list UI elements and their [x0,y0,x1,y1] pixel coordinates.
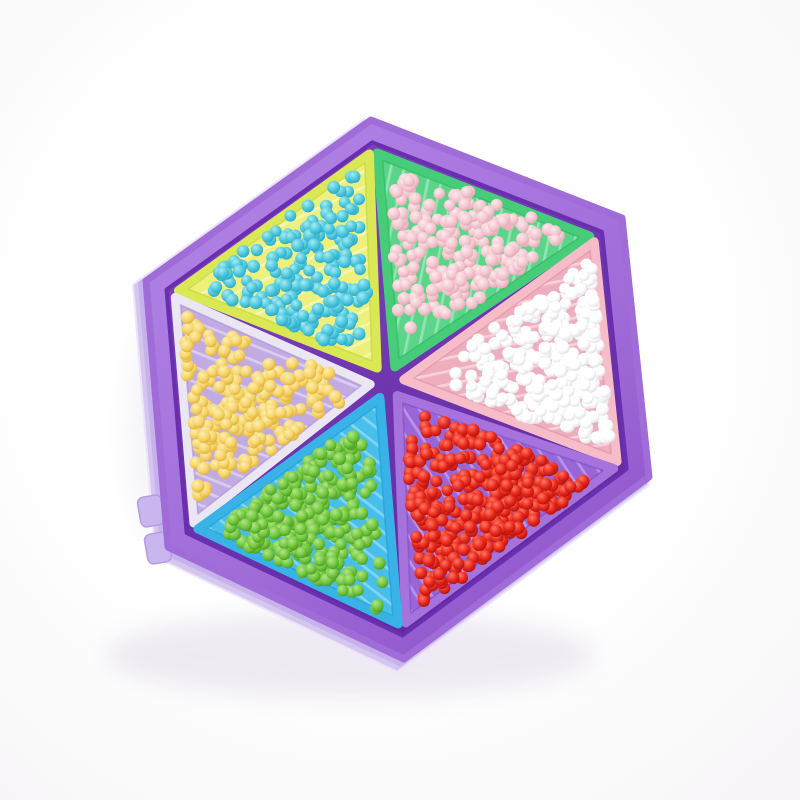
scene-svg [0,0,800,800]
product-photo [0,0,800,800]
